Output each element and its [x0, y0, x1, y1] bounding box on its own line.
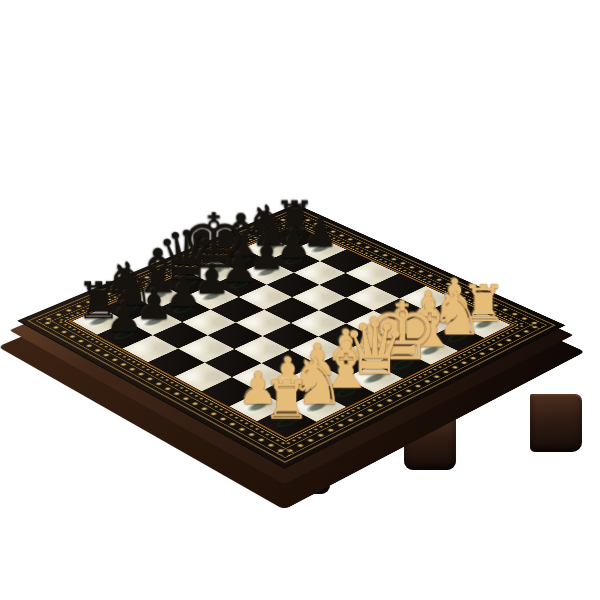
- white-rook-glyph: ♜: [238, 373, 335, 427]
- chess-board: ♜♞♝♛♚♝♞♜♟♟♟♟♟♟♟♟♟♟♟♟♟♟♟♟♜♞♝♛♚♝♞♜: [19, 204, 565, 468]
- scene: ♜♞♝♛♚♝♞♜♟♟♟♟♟♟♟♟♟♟♟♟♟♟♟♟♜♞♝♛♚♝♞♜: [0, 0, 600, 600]
- bracket-foot-right: [530, 394, 582, 452]
- black-pawn-glyph: ♟: [79, 296, 170, 338]
